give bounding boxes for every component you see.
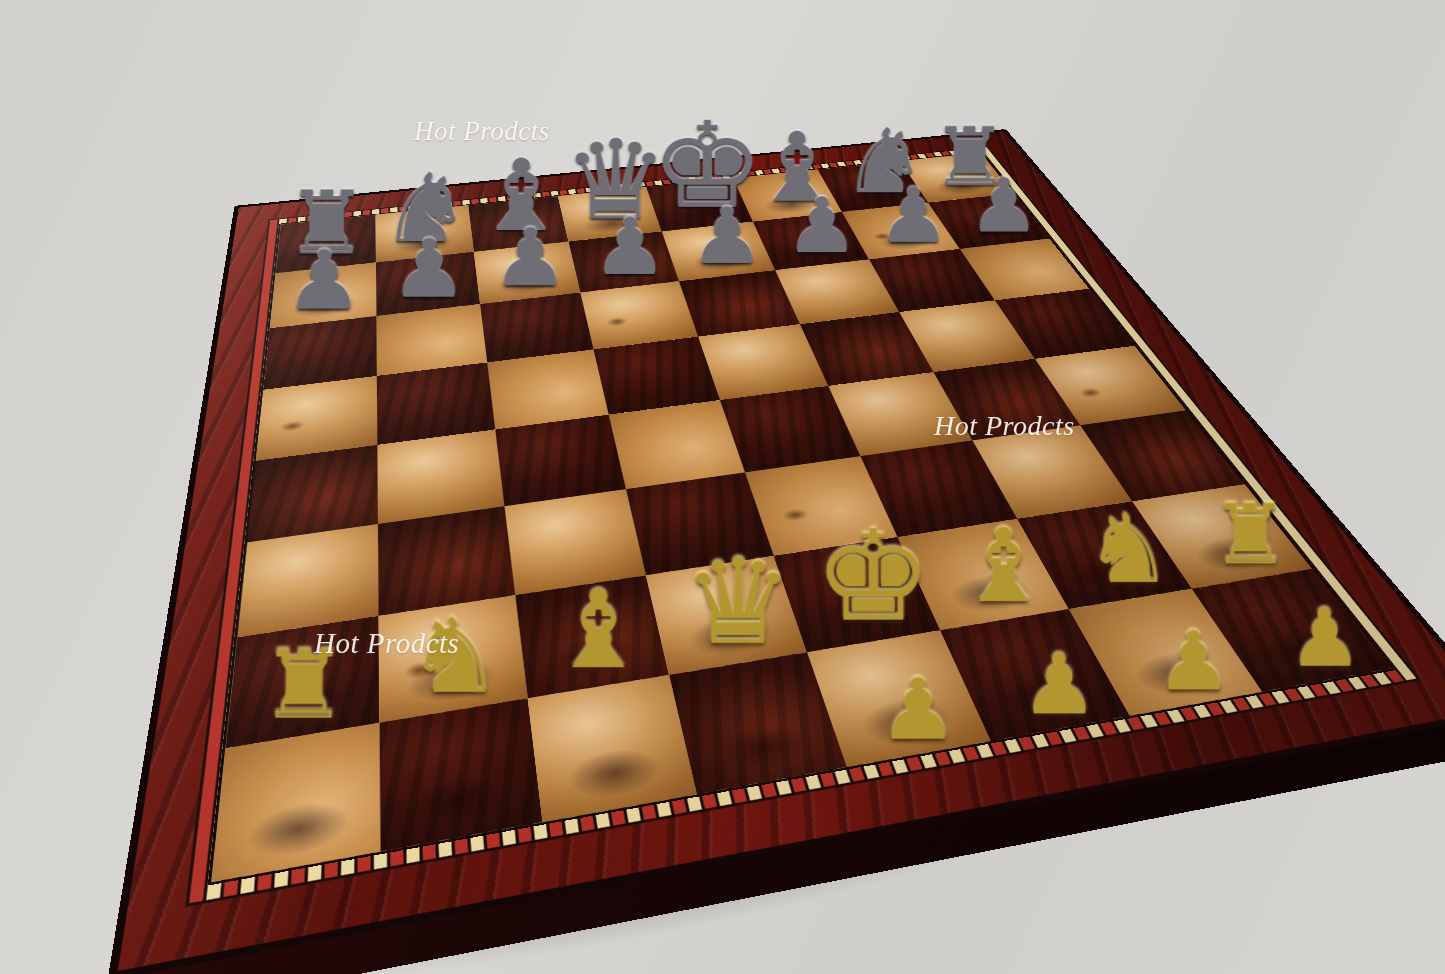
gold-pawn-a1[interactable]: ♟ xyxy=(120,772,473,864)
watermark-top: Hot Prodcts xyxy=(414,116,550,147)
product-photo-scene: ♜♞♝♛♚♝♞♜♟♟♟♟♟♟♟♟♜♞♝♛♚♝♞♜♟♟♟♟♟♟♟♟ Hot Pro… xyxy=(0,0,1445,974)
square-a5[interactable] xyxy=(256,376,377,461)
square-c5[interactable] xyxy=(487,350,609,430)
square-e5[interactable] xyxy=(698,324,828,400)
watermark-bottom: Hot Prodcts xyxy=(314,627,459,660)
silver-pawn-a7[interactable]: ♟ xyxy=(212,239,436,321)
square-a7[interactable]: ♟ xyxy=(270,262,376,328)
square-c4[interactable] xyxy=(495,415,627,507)
watermark-middle: Hot Prodcts xyxy=(934,410,1075,442)
